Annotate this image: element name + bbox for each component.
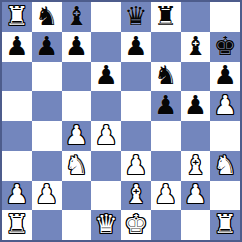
black-pawn[interactable]: ♟: [5, 33, 28, 59]
black-rook[interactable]: ♜: [154, 3, 177, 29]
square-a6[interactable]: [2, 62, 32, 92]
square-h3[interactable]: ♞: [210, 151, 240, 181]
square-e6[interactable]: [121, 62, 151, 92]
white-rook[interactable]: ♜: [5, 3, 28, 29]
square-c2[interactable]: [62, 181, 92, 211]
square-d7[interactable]: [91, 32, 121, 62]
square-f2[interactable]: ♟: [151, 181, 181, 211]
square-e7[interactable]: ♟: [121, 32, 151, 62]
square-h1[interactable]: ♜: [210, 210, 240, 240]
square-g5[interactable]: ♟: [181, 91, 211, 121]
square-d8[interactable]: [91, 2, 121, 32]
white-rook[interactable]: ♜: [5, 211, 28, 237]
black-knight[interactable]: ♞: [35, 3, 58, 29]
black-king[interactable]: ♚: [213, 33, 236, 59]
square-e2[interactable]: ♝: [121, 181, 151, 211]
square-a5[interactable]: [2, 91, 32, 121]
square-b8[interactable]: ♞: [32, 2, 62, 32]
square-e8[interactable]: ♛: [121, 2, 151, 32]
square-d2[interactable]: [91, 181, 121, 211]
chess-board: ♜♞♝♛♜♟♟♟♟♝♚♟♞♟♟♟♟♟♟♞♟♝♞♟♟♝♟♟♜♛♚♜: [0, 0, 242, 242]
white-pawn[interactable]: ♟: [5, 181, 28, 207]
black-queen[interactable]: ♛: [124, 3, 147, 29]
white-pawn[interactable]: ♟: [65, 122, 88, 148]
white-knight[interactable]: ♞: [65, 152, 88, 178]
square-d1[interactable]: ♛: [91, 210, 121, 240]
square-f8[interactable]: ♜: [151, 2, 181, 32]
square-b2[interactable]: ♟: [32, 181, 62, 211]
white-rook[interactable]: ♜: [213, 211, 236, 237]
white-pawn[interactable]: ♟: [213, 92, 236, 118]
square-g7[interactable]: ♝: [181, 32, 211, 62]
square-c7[interactable]: ♟: [62, 32, 92, 62]
square-e3[interactable]: ♟: [121, 151, 151, 181]
square-g1[interactable]: [181, 210, 211, 240]
square-f5[interactable]: ♟: [151, 91, 181, 121]
square-d4[interactable]: ♟: [91, 121, 121, 151]
square-a3[interactable]: [2, 151, 32, 181]
square-a2[interactable]: ♟: [2, 181, 32, 211]
black-pawn[interactable]: ♟: [213, 62, 236, 88]
square-h2[interactable]: [210, 181, 240, 211]
square-e4[interactable]: [121, 121, 151, 151]
square-f1[interactable]: [151, 210, 181, 240]
white-queen[interactable]: ♛: [94, 211, 117, 237]
square-d3[interactable]: [91, 151, 121, 181]
black-pawn[interactable]: ♟: [154, 92, 177, 118]
black-bishop[interactable]: ♝: [184, 33, 207, 59]
square-a4[interactable]: [2, 121, 32, 151]
square-b4[interactable]: [32, 121, 62, 151]
square-g6[interactable]: [181, 62, 211, 92]
square-c5[interactable]: [62, 91, 92, 121]
white-knight[interactable]: ♞: [213, 152, 236, 178]
black-knight[interactable]: ♞: [154, 62, 177, 88]
white-pawn[interactable]: ♟: [154, 181, 177, 207]
black-pawn[interactable]: ♟: [65, 33, 88, 59]
square-f4[interactable]: [151, 121, 181, 151]
square-h6[interactable]: ♟: [210, 62, 240, 92]
white-king[interactable]: ♚: [124, 211, 147, 237]
square-h8[interactable]: [210, 2, 240, 32]
black-bishop[interactable]: ♝: [65, 3, 88, 29]
square-f3[interactable]: [151, 151, 181, 181]
square-c3[interactable]: ♞: [62, 151, 92, 181]
square-g3[interactable]: ♝: [181, 151, 211, 181]
square-h4[interactable]: [210, 121, 240, 151]
square-b1[interactable]: [32, 210, 62, 240]
square-c6[interactable]: [62, 62, 92, 92]
square-a7[interactable]: ♟: [2, 32, 32, 62]
square-b3[interactable]: [32, 151, 62, 181]
square-g4[interactable]: [181, 121, 211, 151]
square-f6[interactable]: ♞: [151, 62, 181, 92]
white-pawn[interactable]: ♟: [184, 181, 207, 207]
square-e5[interactable]: [121, 91, 151, 121]
square-b7[interactable]: ♟: [32, 32, 62, 62]
black-pawn[interactable]: ♟: [35, 33, 58, 59]
white-pawn[interactable]: ♟: [124, 152, 147, 178]
square-b6[interactable]: [32, 62, 62, 92]
black-pawn[interactable]: ♟: [184, 92, 207, 118]
square-f7[interactable]: [151, 32, 181, 62]
white-bishop[interactable]: ♝: [184, 152, 207, 178]
square-c1[interactable]: [62, 210, 92, 240]
black-pawn[interactable]: ♟: [124, 33, 147, 59]
square-d5[interactable]: [91, 91, 121, 121]
square-e1[interactable]: ♚: [121, 210, 151, 240]
square-h5[interactable]: ♟: [210, 91, 240, 121]
square-h7[interactable]: ♚: [210, 32, 240, 62]
square-a1[interactable]: ♜: [2, 210, 32, 240]
white-pawn[interactable]: ♟: [35, 181, 58, 207]
square-b5[interactable]: [32, 91, 62, 121]
square-g8[interactable]: [181, 2, 211, 32]
square-c8[interactable]: ♝: [62, 2, 92, 32]
white-bishop[interactable]: ♝: [124, 181, 147, 207]
square-d6[interactable]: ♟: [91, 62, 121, 92]
square-c4[interactable]: ♟: [62, 121, 92, 151]
white-pawn[interactable]: ♟: [94, 122, 117, 148]
black-pawn[interactable]: ♟: [94, 62, 117, 88]
square-g2[interactable]: ♟: [181, 181, 211, 211]
square-a8[interactable]: ♜: [2, 2, 32, 32]
